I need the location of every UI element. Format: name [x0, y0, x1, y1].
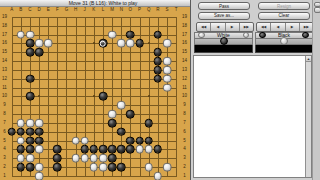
black-stone[interactable] — [108, 154, 117, 163]
black-stone[interactable] — [53, 154, 62, 163]
row-label-right: 14 — [182, 59, 187, 64]
black-stone[interactable] — [144, 119, 153, 128]
white-stone[interactable] — [71, 136, 80, 145]
row-label-right: 9 — [183, 103, 186, 108]
board-grid-line — [12, 114, 177, 115]
black-stone[interactable] — [35, 127, 44, 136]
row-label-left: 7 — [3, 121, 6, 126]
app-window: Move 31 (B L16): White to play A1919B181… — [0, 0, 320, 180]
window-widget-button[interactable] — [314, 7, 320, 13]
column-label: P — [138, 8, 141, 13]
row-label-left: 13 — [2, 68, 7, 73]
black-stone[interactable] — [153, 145, 162, 154]
column-label: F — [56, 8, 59, 13]
row-label-left: 6 — [3, 130, 6, 135]
black-stone[interactable] — [153, 57, 162, 66]
window-edge-strip — [312, 0, 320, 180]
black-stone[interactable] — [17, 163, 26, 172]
row-label-right: 6 — [183, 130, 186, 135]
last-move-button[interactable]: ▶▶ — [240, 23, 253, 31]
white-stone[interactable] — [26, 119, 35, 128]
white-stone-icon — [243, 32, 250, 39]
black-stone[interactable] — [117, 127, 126, 136]
black-stone[interactable] — [26, 92, 35, 101]
column-label: C — [28, 8, 31, 13]
go-board[interactable]: A1919B1818C1717D1616E1515F1414G1313H1212… — [0, 7, 190, 180]
first-move-button[interactable]: ◀◀ — [257, 23, 271, 31]
prev-move-button[interactable]: ◀ — [211, 23, 225, 31]
white-stone[interactable] — [117, 101, 126, 110]
window-title: Move 31 (B L16): White to play — [69, 0, 138, 5]
white-stone-icon — [198, 32, 205, 39]
white-stone[interactable] — [17, 119, 26, 128]
white-stone[interactable] — [35, 39, 44, 48]
black-stone[interactable] — [99, 145, 108, 154]
row-label-right: 13 — [182, 68, 187, 73]
last-move-marker-icon — [100, 40, 106, 46]
column-label: R — [156, 8, 159, 13]
first-move-button[interactable]: ◀◀ — [197, 23, 211, 31]
column-label: Q — [147, 8, 151, 13]
white-stone[interactable] — [135, 145, 144, 154]
column-label: J — [84, 8, 86, 13]
row-label-left: 9 — [3, 103, 6, 108]
black-stone[interactable] — [35, 48, 44, 57]
column-label: N — [120, 8, 123, 13]
white-stone[interactable] — [153, 172, 162, 180]
row-label-right: 4 — [183, 147, 186, 152]
star-point — [93, 42, 95, 44]
row-label-left: 2 — [3, 165, 6, 170]
comment-box[interactable]: ▲ — [193, 55, 312, 178]
column-label: K — [92, 8, 95, 13]
white-stone[interactable] — [26, 154, 35, 163]
row-label-left: 17 — [2, 32, 7, 37]
black-stone[interactable] — [26, 39, 35, 48]
white-stone[interactable] — [108, 30, 117, 39]
white-stone[interactable] — [99, 154, 108, 163]
black-stone[interactable] — [26, 48, 35, 57]
row-label-right: 3 — [183, 156, 186, 161]
white-stone[interactable] — [35, 119, 44, 128]
star-point — [38, 95, 40, 97]
last-move-button[interactable]: ▶▶ — [300, 23, 313, 31]
black-stone[interactable] — [126, 136, 135, 145]
black-stone[interactable] — [53, 163, 62, 172]
row-label-left: 18 — [2, 24, 7, 29]
white-stone[interactable] — [26, 30, 35, 39]
column-label: H — [74, 8, 77, 13]
white-stone[interactable] — [108, 110, 117, 119]
column-label: E — [47, 8, 50, 13]
black-stone[interactable] — [108, 119, 117, 128]
column-label: A — [10, 8, 13, 13]
white-stone[interactable] — [163, 66, 172, 75]
column-label: T — [175, 8, 178, 13]
row-label-right: 1 — [183, 174, 186, 179]
board-grid-line — [176, 17, 177, 176]
white-stone[interactable] — [35, 163, 44, 172]
star-point — [148, 95, 150, 97]
row-label-right: 8 — [183, 112, 186, 117]
white-clock-display — [194, 45, 253, 53]
column-label: L — [102, 8, 105, 13]
white-stone[interactable] — [163, 57, 172, 66]
black-stone[interactable] — [26, 145, 35, 154]
white-stone[interactable] — [99, 163, 108, 172]
row-label-left: 19 — [2, 15, 7, 20]
white-stone[interactable] — [17, 154, 26, 163]
row-label-left: 12 — [2, 77, 7, 82]
row-label-right: 7 — [183, 121, 186, 126]
black-stone[interactable] — [26, 136, 35, 145]
column-label: O — [129, 8, 133, 13]
star-point — [93, 95, 95, 97]
black-stone[interactable] — [35, 136, 44, 145]
row-label-left: 8 — [3, 112, 6, 117]
next-move-button[interactable]: ▶ — [226, 23, 240, 31]
nav-group-right: ◀◀◀▶▶▶ — [256, 22, 314, 32]
row-label-left: 14 — [2, 59, 7, 64]
prev-move-button[interactable]: ◀ — [271, 23, 285, 31]
black-stone[interactable] — [153, 48, 162, 57]
white-stone[interactable] — [44, 39, 53, 48]
row-label-right: 19 — [182, 15, 187, 20]
black-stone[interactable] — [153, 30, 162, 39]
white-stone[interactable] — [17, 136, 26, 145]
row-label-right: 15 — [182, 50, 187, 55]
white-stone[interactable] — [117, 39, 126, 48]
column-label: B — [19, 8, 22, 13]
black-stone[interactable] — [144, 136, 153, 145]
black-stone-icon — [259, 32, 266, 39]
black-stone[interactable] — [99, 39, 108, 48]
row-label-left: 16 — [2, 41, 7, 46]
row-label-left: 15 — [2, 50, 7, 55]
black-stone[interactable] — [126, 110, 135, 119]
white-stone[interactable] — [80, 136, 89, 145]
white-stone[interactable] — [163, 163, 172, 172]
black-stone[interactable] — [17, 145, 26, 154]
row-label-left: 3 — [3, 156, 6, 161]
scroll-up-icon[interactable]: ▲ — [306, 56, 311, 62]
row-label-right: 17 — [182, 32, 187, 37]
black-stone[interactable] — [80, 145, 89, 154]
row-label-right: 12 — [182, 77, 187, 82]
black-stone-icon — [302, 32, 309, 39]
save-as-button[interactable]: Save as... — [198, 12, 250, 20]
black-stone[interactable] — [117, 163, 126, 172]
black-stone[interactable] — [7, 127, 16, 136]
white-stone[interactable] — [163, 39, 172, 48]
white-stone[interactable] — [17, 30, 26, 39]
board-grid-line — [12, 105, 177, 106]
black-stone[interactable] — [99, 92, 108, 101]
black-stone[interactable] — [153, 66, 162, 75]
row-label-left: 11 — [2, 85, 7, 90]
column-label: M — [110, 8, 114, 13]
white-stone[interactable] — [144, 145, 153, 154]
row-label-right: 2 — [183, 165, 186, 170]
white-stone[interactable] — [35, 145, 44, 154]
white-stone[interactable] — [163, 75, 172, 84]
black-stone[interactable] — [108, 145, 117, 154]
white-stone[interactable] — [80, 154, 89, 163]
clear-button[interactable]: Clear — [258, 12, 310, 20]
nav-group-left: ◀◀◀▶▶▶ — [196, 22, 254, 32]
row-label-right: 5 — [183, 138, 186, 143]
comment-scrollbar[interactable]: ▲ — [305, 56, 311, 177]
white-stone[interactable] — [71, 154, 80, 163]
white-stone[interactable] — [35, 172, 44, 180]
pass-button[interactable]: Pass — [198, 2, 250, 10]
row-label-right: 10 — [182, 94, 187, 99]
black-stone[interactable] — [126, 145, 135, 154]
column-label: S — [165, 8, 168, 13]
white-stone[interactable] — [90, 154, 99, 163]
resign-button[interactable]: Resign — [258, 2, 310, 10]
next-move-button[interactable]: ▶ — [286, 23, 300, 31]
black-stone[interactable] — [117, 145, 126, 154]
row-label-right: 16 — [182, 41, 187, 46]
row-label-left: 10 — [2, 94, 7, 99]
black-stone[interactable] — [53, 145, 62, 154]
row-label-right: 11 — [182, 85, 187, 90]
row-label-left: 5 — [3, 138, 6, 143]
black-stone[interactable] — [126, 30, 135, 39]
row-label-left: 1 — [3, 174, 6, 179]
black-stone[interactable] — [108, 163, 117, 172]
black-stone[interactable] — [26, 127, 35, 136]
black-stone[interactable] — [26, 75, 35, 84]
star-point — [148, 42, 150, 44]
white-stone[interactable] — [90, 163, 99, 172]
row-label-right: 18 — [182, 24, 187, 29]
white-stone[interactable] — [126, 39, 135, 48]
black-stone[interactable] — [17, 127, 26, 136]
side-panel: Pass Resign Save as... Clear ◀◀◀▶▶▶ ◀◀◀▶… — [190, 0, 320, 180]
column-label: G — [65, 8, 69, 13]
white-stone[interactable] — [163, 83, 172, 92]
black-stone[interactable] — [26, 163, 35, 172]
white-stone[interactable] — [144, 163, 153, 172]
column-label: D — [37, 8, 40, 13]
row-label-left: 4 — [3, 147, 6, 152]
black-stone[interactable] — [135, 136, 144, 145]
black-clock-display — [255, 45, 313, 53]
black-stone[interactable] — [90, 145, 99, 154]
black-stone[interactable] — [153, 75, 162, 84]
black-stone[interactable] — [135, 39, 144, 48]
